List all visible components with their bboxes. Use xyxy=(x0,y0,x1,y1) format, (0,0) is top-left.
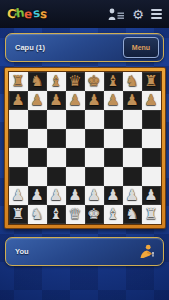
square-f2[interactable]: ♟ xyxy=(104,186,123,205)
square-b2[interactable]: ♟ xyxy=(28,186,47,205)
opponent-bar: Capu (1) Menu xyxy=(5,33,164,62)
white-pawn-piece: ♟ xyxy=(11,186,24,205)
square-d6[interactable] xyxy=(66,110,85,129)
board-area: ♜♞♝♛♚♝♞♜♟♟♟♟♟♟♟♟♟♟♟♟♟♟♟♟♜♞♝♛♚♝♞♜ xyxy=(0,67,169,229)
square-a3[interactable] xyxy=(9,167,28,186)
square-h6[interactable] xyxy=(142,110,161,129)
square-f8[interactable]: ♝ xyxy=(104,72,123,91)
black-rook-piece: ♜ xyxy=(144,72,157,91)
square-a7[interactable]: ♟ xyxy=(9,91,28,110)
square-g8[interactable]: ♞ xyxy=(123,72,142,91)
square-c1[interactable]: ♝ xyxy=(47,205,66,224)
white-pawn-piece: ♟ xyxy=(125,186,138,205)
white-king-piece: ♚ xyxy=(87,205,100,224)
white-pawn-piece: ♟ xyxy=(68,186,81,205)
square-e7[interactable]: ♟ xyxy=(85,91,104,110)
black-knight-piece: ♞ xyxy=(30,72,43,91)
square-e1[interactable]: ♚ xyxy=(85,205,104,224)
white-rook-piece: ♜ xyxy=(11,205,24,224)
square-b4[interactable] xyxy=(28,148,47,167)
black-pawn-piece: ♟ xyxy=(11,91,24,110)
app-logo: Chess xyxy=(7,8,47,20)
square-g4[interactable] xyxy=(123,148,142,167)
square-a8[interactable]: ♜ xyxy=(9,72,28,91)
white-bishop-piece: ♝ xyxy=(106,205,119,224)
white-rook-piece: ♜ xyxy=(144,205,157,224)
player-name: You xyxy=(15,247,29,256)
square-a4[interactable] xyxy=(9,148,28,167)
square-h7[interactable]: ♟ xyxy=(142,91,161,110)
square-c2[interactable]: ♟ xyxy=(47,186,66,205)
square-h1[interactable]: ♜ xyxy=(142,205,161,224)
square-f7[interactable]: ♟ xyxy=(104,91,123,110)
square-f4[interactable] xyxy=(104,148,123,167)
square-c4[interactable] xyxy=(47,148,66,167)
square-a5[interactable] xyxy=(9,129,28,148)
square-a6[interactable] xyxy=(9,110,28,129)
square-c5[interactable] xyxy=(47,129,66,148)
black-bishop-piece: ♝ xyxy=(49,72,62,91)
black-king-piece: ♚ xyxy=(87,72,100,91)
player-bar: You xyxy=(5,237,164,266)
square-d5[interactable] xyxy=(66,129,85,148)
white-knight-piece: ♞ xyxy=(125,205,138,224)
opponent-name: Capu (1) xyxy=(15,43,45,52)
square-f1[interactable]: ♝ xyxy=(104,205,123,224)
chess-board: ♜♞♝♛♚♝♞♜♟♟♟♟♟♟♟♟♟♟♟♟♟♟♟♟♜♞♝♛♚♝♞♜ xyxy=(9,72,161,224)
square-c8[interactable]: ♝ xyxy=(47,72,66,91)
black-pawn-piece: ♟ xyxy=(30,91,43,110)
square-e2[interactable]: ♟ xyxy=(85,186,104,205)
square-e5[interactable] xyxy=(85,129,104,148)
square-h3[interactable] xyxy=(142,167,161,186)
app-screen: Chess ⚙ Capu (1) Menu ♜♞♝♛♚♝♞♜♟♟♟♟♟ xyxy=(0,0,169,300)
square-b5[interactable] xyxy=(28,129,47,148)
menu-button[interactable]: Menu xyxy=(123,37,159,58)
square-d7[interactable]: ♟ xyxy=(66,91,85,110)
square-b6[interactable] xyxy=(28,110,47,129)
square-d4[interactable] xyxy=(66,148,85,167)
square-h5[interactable] xyxy=(142,129,161,148)
black-knight-piece: ♞ xyxy=(125,72,138,91)
white-pawn-piece: ♟ xyxy=(30,186,43,205)
square-g2[interactable]: ♟ xyxy=(123,186,142,205)
square-c3[interactable] xyxy=(47,167,66,186)
square-d1[interactable]: ♛ xyxy=(66,205,85,224)
white-pawn-piece: ♟ xyxy=(106,186,119,205)
black-pawn-piece: ♟ xyxy=(68,91,81,110)
player-stats-icon[interactable] xyxy=(108,8,125,20)
white-pawn-piece: ♟ xyxy=(49,186,62,205)
square-a1[interactable]: ♜ xyxy=(9,205,28,224)
square-h4[interactable] xyxy=(142,148,161,167)
white-pawn-piece: ♟ xyxy=(87,186,100,205)
square-b8[interactable]: ♞ xyxy=(28,72,47,91)
square-e4[interactable] xyxy=(85,148,104,167)
square-g5[interactable] xyxy=(123,129,142,148)
settings-gear-icon[interactable]: ⚙ xyxy=(132,8,144,21)
black-rook-piece: ♜ xyxy=(11,72,24,91)
black-queen-piece: ♛ xyxy=(68,72,81,91)
white-bishop-piece: ♝ xyxy=(49,205,62,224)
square-h2[interactable]: ♟ xyxy=(142,186,161,205)
white-queen-piece: ♛ xyxy=(68,205,81,224)
chess-board-frame: ♜♞♝♛♚♝♞♜♟♟♟♟♟♟♟♟♟♟♟♟♟♟♟♟♜♞♝♛♚♝♞♜ xyxy=(4,67,166,229)
square-e6[interactable] xyxy=(85,110,104,129)
black-pawn-piece: ♟ xyxy=(125,91,138,110)
square-c7[interactable]: ♟ xyxy=(47,91,66,110)
square-g3[interactable] xyxy=(123,167,142,186)
white-knight-piece: ♞ xyxy=(30,205,43,224)
logo-letter: s xyxy=(39,8,47,21)
square-f3[interactable] xyxy=(104,167,123,186)
header-icons: ⚙ xyxy=(108,8,162,21)
square-g6[interactable] xyxy=(123,110,142,129)
square-a2[interactable]: ♟ xyxy=(9,186,28,205)
black-pawn-piece: ♟ xyxy=(49,91,62,110)
square-b1[interactable]: ♞ xyxy=(28,205,47,224)
square-d2[interactable]: ♟ xyxy=(66,186,85,205)
square-d3[interactable] xyxy=(66,167,85,186)
black-pawn-piece: ♟ xyxy=(144,91,157,110)
app-header: Chess ⚙ xyxy=(0,0,169,28)
square-c6[interactable] xyxy=(47,110,66,129)
square-b3[interactable] xyxy=(28,167,47,186)
white-pawn-piece: ♟ xyxy=(144,186,157,205)
square-e8[interactable]: ♚ xyxy=(85,72,104,91)
square-g7[interactable]: ♟ xyxy=(123,91,142,110)
black-pawn-piece: ♟ xyxy=(87,91,100,110)
square-d8[interactable]: ♛ xyxy=(66,72,85,91)
square-f6[interactable] xyxy=(104,110,123,129)
black-pawn-piece: ♟ xyxy=(106,91,119,110)
square-g1[interactable]: ♞ xyxy=(123,205,142,224)
square-f5[interactable] xyxy=(104,129,123,148)
square-b7[interactable]: ♟ xyxy=(28,91,47,110)
square-h8[interactable]: ♜ xyxy=(142,72,161,91)
square-e3[interactable] xyxy=(85,167,104,186)
menu-hamburger-icon[interactable] xyxy=(151,9,162,19)
thinking-player-icon xyxy=(137,244,155,259)
black-bishop-piece: ♝ xyxy=(106,72,119,91)
